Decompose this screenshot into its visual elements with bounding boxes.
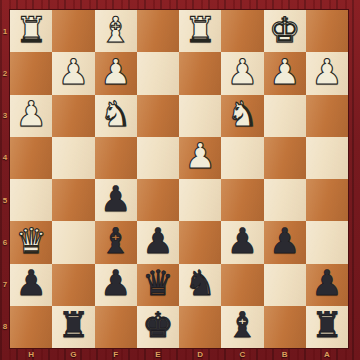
square-a3[interactable]	[306, 95, 348, 137]
piece-black-queen[interactable]: ♛	[142, 266, 173, 301]
square-e7[interactable]: ♛	[137, 264, 179, 306]
square-h1[interactable]: ♜	[10, 10, 52, 52]
file-label-g: G	[52, 348, 94, 360]
piece-black-pawn[interactable]: ♟	[269, 224, 300, 259]
square-a2[interactable]: ♟	[306, 52, 348, 94]
piece-black-pawn[interactable]: ♟	[142, 224, 173, 259]
square-e5[interactable]	[137, 179, 179, 221]
square-g5[interactable]	[52, 179, 94, 221]
square-e8[interactable]: ♚	[137, 306, 179, 348]
square-g7[interactable]	[52, 264, 94, 306]
piece-white-pawn[interactable]: ♟	[269, 55, 300, 90]
file-label-f: F	[95, 348, 137, 360]
chess-board: ♜♝♜♚♟♟♟♟♟♟♞♞♟♟♛♝♟♟♟♟♟♛♞♟♜♚♝♜	[10, 10, 348, 348]
square-g8[interactable]: ♜	[52, 306, 94, 348]
piece-white-pawn[interactable]: ♟	[311, 55, 342, 90]
rank-label-5: 5	[0, 179, 10, 221]
piece-black-rook[interactable]: ♜	[311, 308, 342, 343]
square-b1[interactable]: ♚	[264, 10, 306, 52]
square-a4[interactable]	[306, 137, 348, 179]
square-c6[interactable]: ♟	[221, 221, 263, 263]
file-label-a: A	[306, 348, 348, 360]
square-b5[interactable]	[264, 179, 306, 221]
piece-white-rook[interactable]: ♜	[184, 13, 215, 48]
piece-white-pawn[interactable]: ♟	[58, 55, 89, 90]
square-e3[interactable]	[137, 95, 179, 137]
piece-white-rook[interactable]: ♜	[15, 13, 46, 48]
piece-black-pawn[interactable]: ♟	[311, 266, 342, 301]
square-e2[interactable]	[137, 52, 179, 94]
file-label-c: C	[221, 348, 263, 360]
piece-white-queen[interactable]: ♛	[15, 224, 46, 259]
piece-white-pawn[interactable]: ♟	[15, 97, 46, 132]
piece-white-bishop[interactable]: ♝	[100, 13, 131, 48]
rank-label-3: 3	[0, 95, 10, 137]
square-d6[interactable]	[179, 221, 221, 263]
square-e4[interactable]	[137, 137, 179, 179]
square-a1[interactable]	[306, 10, 348, 52]
square-g2[interactable]: ♟	[52, 52, 94, 94]
square-g6[interactable]	[52, 221, 94, 263]
square-f6[interactable]: ♝	[95, 221, 137, 263]
piece-black-pawn[interactable]: ♟	[100, 266, 131, 301]
square-d1[interactable]: ♜	[179, 10, 221, 52]
square-e6[interactable]: ♟	[137, 221, 179, 263]
piece-white-knight[interactable]: ♞	[100, 97, 131, 132]
square-h4[interactable]	[10, 137, 52, 179]
square-h6[interactable]: ♛	[10, 221, 52, 263]
square-f1[interactable]: ♝	[95, 10, 137, 52]
square-d3[interactable]	[179, 95, 221, 137]
square-c3[interactable]: ♞	[221, 95, 263, 137]
rank-label-2: 2	[0, 52, 10, 94]
square-h2[interactable]	[10, 52, 52, 94]
piece-black-bishop[interactable]: ♝	[227, 308, 258, 343]
square-f7[interactable]: ♟	[95, 264, 137, 306]
square-c2[interactable]: ♟	[221, 52, 263, 94]
square-f2[interactable]: ♟	[95, 52, 137, 94]
piece-white-pawn[interactable]: ♟	[227, 55, 258, 90]
square-h3[interactable]: ♟	[10, 95, 52, 137]
rank-label-7: 7	[0, 264, 10, 306]
file-label-e: E	[137, 348, 179, 360]
square-b8[interactable]	[264, 306, 306, 348]
square-b6[interactable]: ♟	[264, 221, 306, 263]
square-a5[interactable]	[306, 179, 348, 221]
piece-black-knight[interactable]: ♞	[184, 266, 215, 301]
piece-black-pawn[interactable]: ♟	[100, 182, 131, 217]
piece-black-pawn[interactable]: ♟	[15, 266, 46, 301]
square-b4[interactable]	[264, 137, 306, 179]
square-b2[interactable]: ♟	[264, 52, 306, 94]
square-f3[interactable]: ♞	[95, 95, 137, 137]
square-f5[interactable]: ♟	[95, 179, 137, 221]
square-h5[interactable]	[10, 179, 52, 221]
square-g1[interactable]	[52, 10, 94, 52]
square-d5[interactable]	[179, 179, 221, 221]
square-g3[interactable]	[52, 95, 94, 137]
piece-black-king[interactable]: ♚	[142, 308, 173, 343]
piece-black-pawn[interactable]: ♟	[227, 224, 258, 259]
square-d8[interactable]	[179, 306, 221, 348]
square-c1[interactable]	[221, 10, 263, 52]
square-a6[interactable]	[306, 221, 348, 263]
rank-label-8: 8	[0, 306, 10, 348]
square-b7[interactable]	[264, 264, 306, 306]
piece-white-pawn[interactable]: ♟	[184, 139, 215, 174]
square-c7[interactable]	[221, 264, 263, 306]
square-e1[interactable]	[137, 10, 179, 52]
file-label-b: B	[264, 348, 306, 360]
square-h7[interactable]: ♟	[10, 264, 52, 306]
square-d7[interactable]: ♞	[179, 264, 221, 306]
piece-black-bishop[interactable]: ♝	[100, 224, 131, 259]
rank-label-1: 1	[0, 10, 10, 52]
piece-white-pawn[interactable]: ♟	[100, 55, 131, 90]
square-a8[interactable]: ♜	[306, 306, 348, 348]
square-a7[interactable]: ♟	[306, 264, 348, 306]
square-d4[interactable]: ♟	[179, 137, 221, 179]
square-c4[interactable]	[221, 137, 263, 179]
square-g4[interactable]	[52, 137, 94, 179]
piece-white-king[interactable]: ♚	[269, 13, 300, 48]
square-b3[interactable]	[264, 95, 306, 137]
square-f8[interactable]	[95, 306, 137, 348]
rank-label-6: 6	[0, 221, 10, 263]
piece-white-knight[interactable]: ♞	[227, 97, 258, 132]
piece-black-rook[interactable]: ♜	[58, 308, 89, 343]
square-f4[interactable]	[95, 137, 137, 179]
rank-label-4: 4	[0, 137, 10, 179]
file-label-h: H	[10, 348, 52, 360]
board-frame: ♜♝♜♚♟♟♟♟♟♟♞♞♟♟♛♝♟♟♟♟♟♛♞♟♜♚♝♜ 12345678 HG…	[0, 0, 360, 360]
file-label-d: D	[179, 348, 221, 360]
square-c8[interactable]: ♝	[221, 306, 263, 348]
square-h8[interactable]	[10, 306, 52, 348]
square-d2[interactable]	[179, 52, 221, 94]
square-c5[interactable]	[221, 179, 263, 221]
